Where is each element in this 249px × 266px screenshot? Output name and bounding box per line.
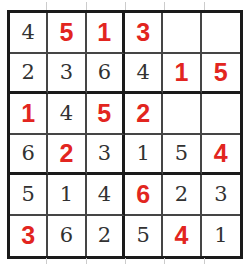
entered-digit: 1: [175, 60, 189, 85]
cell-r5c1[interactable]: 5: [10, 175, 48, 216]
cell-r5c2[interactable]: 1: [48, 175, 86, 216]
given-digit: 6: [21, 143, 34, 164]
given-digit: 1: [136, 143, 149, 164]
cell-r6c4[interactable]: 5: [125, 216, 163, 257]
given-digit: 4: [21, 22, 34, 43]
cell-r2c1[interactable]: 2: [10, 54, 48, 95]
cell-r4c2[interactable]: 2: [48, 135, 86, 176]
entered-digit: 2: [136, 101, 150, 126]
given-digit: 2: [21, 62, 34, 83]
cell-r3c6[interactable]: [202, 94, 240, 135]
cell-r1c6[interactable]: [202, 13, 240, 54]
grid-artifact-tick: [204, 2, 205, 10]
entered-digit: 5: [60, 20, 74, 45]
entered-digit: 5: [214, 60, 228, 85]
cell-r1c1[interactable]: 4: [10, 13, 48, 54]
given-digit: 5: [21, 184, 34, 205]
cell-r1c5[interactable]: [163, 13, 201, 54]
entered-digit: 1: [97, 20, 111, 45]
given-digit: 1: [60, 184, 73, 205]
cell-r3c4[interactable]: 2: [125, 94, 163, 135]
cell-r5c5[interactable]: 2: [163, 175, 201, 216]
cell-r2c5[interactable]: 1: [163, 54, 201, 95]
cell-r6c6[interactable]: 1: [202, 216, 240, 257]
given-digit: 2: [98, 225, 111, 246]
grid-artifact-tick: [46, 2, 47, 10]
cell-r3c5[interactable]: [163, 94, 201, 135]
cell-r5c6[interactable]: 3: [202, 175, 240, 216]
cell-r6c1[interactable]: 3: [10, 216, 48, 257]
given-digit: 6: [60, 225, 73, 246]
cell-r4c5[interactable]: 5: [163, 135, 201, 176]
given-digit: 3: [214, 184, 227, 205]
entered-digit: 4: [175, 223, 189, 248]
entered-digit: 5: [97, 101, 111, 126]
cell-r2c4[interactable]: 4: [125, 54, 163, 95]
sudoku-board: 45132364151452623154514623362541: [7, 10, 243, 259]
given-digit: 3: [98, 143, 111, 164]
cell-r3c1[interactable]: 1: [10, 94, 48, 135]
cell-r4c3[interactable]: 3: [87, 135, 125, 176]
entered-digit: 6: [136, 182, 150, 207]
cell-r1c3[interactable]: 1: [87, 13, 125, 54]
cell-r6c3[interactable]: 2: [87, 216, 125, 257]
given-digit: 4: [60, 103, 73, 124]
given-digit: 4: [136, 62, 149, 83]
given-digit: 6: [98, 62, 111, 83]
grid-artifact-tick: [125, 2, 126, 10]
cell-r5c3[interactable]: 4: [87, 175, 125, 216]
given-digit: 1: [214, 225, 227, 246]
entered-digit: 2: [60, 141, 74, 166]
given-digit: 5: [136, 225, 149, 246]
given-digit: 2: [175, 184, 188, 205]
entered-digit: 3: [136, 20, 150, 45]
cell-r4c4[interactable]: 1: [125, 135, 163, 176]
cell-r6c2[interactable]: 6: [48, 216, 86, 257]
cell-r3c2[interactable]: 4: [48, 94, 86, 135]
grid-artifact-tick: [125, 258, 126, 264]
grid-artifact-tick: [164, 2, 165, 10]
cell-r5c4[interactable]: 6: [125, 175, 163, 216]
grid-artifact-tick: [86, 2, 87, 10]
grid-artifact-tick: [204, 258, 205, 264]
puzzle-stage: 45132364151452623154514623362541: [0, 0, 249, 266]
given-digit: 5: [175, 143, 188, 164]
entered-digit: 3: [21, 223, 35, 248]
cell-r4c1[interactable]: 6: [10, 135, 48, 176]
cell-r3c3[interactable]: 5: [87, 94, 125, 135]
cell-r4c6[interactable]: 4: [202, 135, 240, 176]
given-digit: 3: [60, 62, 73, 83]
cell-r2c2[interactable]: 3: [48, 54, 86, 95]
cell-r6c5[interactable]: 4: [163, 216, 201, 257]
cell-r1c2[interactable]: 5: [48, 13, 86, 54]
given-digit: 4: [98, 184, 111, 205]
cell-r2c6[interactable]: 5: [202, 54, 240, 95]
entered-digit: 1: [21, 101, 35, 126]
cell-r2c3[interactable]: 6: [87, 54, 125, 95]
grid-artifact-tick: [164, 258, 165, 264]
cell-r1c4[interactable]: 3: [125, 13, 163, 54]
grid-artifact-tick: [86, 258, 87, 264]
grid-artifact-tick: [46, 258, 47, 264]
entered-digit: 4: [214, 141, 228, 166]
